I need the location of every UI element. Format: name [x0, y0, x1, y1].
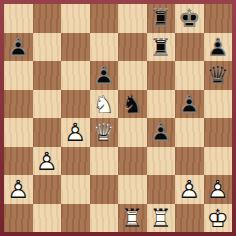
square-a2[interactable]: ♟♙ [4, 175, 33, 204]
piece-white-rook[interactable]: ♜♖ [118, 204, 147, 233]
piece-white-rook[interactable]: ♜♖ [147, 204, 176, 233]
square-f3[interactable] [147, 147, 176, 176]
piece-black-pawn[interactable]: ♟♙ [90, 61, 119, 90]
black-rook-outline: ♖ [147, 33, 176, 62]
square-b5[interactable] [33, 90, 62, 119]
square-a3[interactable] [4, 147, 33, 176]
black-pawn-outline: ♙ [204, 33, 233, 62]
piece-white-pawn[interactable]: ♟♙ [4, 175, 33, 204]
piece-white-king[interactable]: ♚♔ [204, 204, 233, 233]
black-king-outline: ♔ [175, 4, 204, 33]
square-h2[interactable]: ♟♙ [204, 175, 233, 204]
square-c1[interactable] [61, 204, 90, 233]
white-pawn-outline: ♙ [61, 118, 90, 147]
square-f7[interactable]: ♜♖ [147, 33, 176, 62]
piece-black-pawn[interactable]: ♟♙ [147, 118, 176, 147]
square-a7[interactable]: ♟♙ [4, 33, 33, 62]
square-g2[interactable]: ♟♙ [175, 175, 204, 204]
square-a1[interactable] [4, 204, 33, 233]
white-queen-outline: ♕ [90, 118, 119, 147]
square-g6[interactable] [175, 61, 204, 90]
piece-black-king[interactable]: ♚♔ [175, 4, 204, 33]
piece-white-pawn[interactable]: ♟♙ [204, 175, 233, 204]
square-a5[interactable] [4, 90, 33, 119]
piece-white-pawn[interactable]: ♟♙ [61, 118, 90, 147]
black-pawn-outline: ♙ [147, 118, 176, 147]
white-king-outline: ♔ [204, 204, 233, 233]
square-c7[interactable] [61, 33, 90, 62]
square-g4[interactable] [175, 118, 204, 147]
square-h7[interactable]: ♟♙ [204, 33, 233, 62]
square-b8[interactable] [33, 4, 62, 33]
black-pawn-outline: ♙ [175, 90, 204, 119]
chess-board-frame: ♜♖♚♔♟♙♜♖♟♙♟♙♛♕♞♘♞♘♟♙♟♙♛♕♟♙♟♙♟♙♟♙♟♙♜♖♜♖♚♔ [0, 0, 236, 236]
square-f1[interactable]: ♜♖ [147, 204, 176, 233]
square-f5[interactable] [147, 90, 176, 119]
square-c6[interactable] [61, 61, 90, 90]
square-f2[interactable] [147, 175, 176, 204]
square-d5[interactable]: ♞♘ [90, 90, 119, 119]
piece-black-pawn[interactable]: ♟♙ [204, 33, 233, 62]
piece-white-queen[interactable]: ♛♕ [90, 118, 119, 147]
piece-black-rook[interactable]: ♜♖ [147, 33, 176, 62]
square-e5[interactable]: ♞♘ [118, 90, 147, 119]
square-h1[interactable]: ♚♔ [204, 204, 233, 233]
black-queen-outline: ♕ [204, 61, 233, 90]
square-b1[interactable] [33, 204, 62, 233]
square-d8[interactable] [90, 4, 119, 33]
square-g3[interactable] [175, 147, 204, 176]
piece-black-queen[interactable]: ♛♕ [204, 61, 233, 90]
square-h3[interactable] [204, 147, 233, 176]
square-e4[interactable] [118, 118, 147, 147]
white-knight-outline: ♘ [90, 90, 119, 119]
square-h5[interactable] [204, 90, 233, 119]
square-b3[interactable]: ♟♙ [33, 147, 62, 176]
square-e2[interactable] [118, 175, 147, 204]
square-c2[interactable] [61, 175, 90, 204]
piece-black-knight[interactable]: ♞♘ [118, 90, 147, 119]
square-g8[interactable]: ♚♔ [175, 4, 204, 33]
black-pawn-outline: ♙ [90, 61, 119, 90]
piece-black-rook[interactable]: ♜♖ [147, 4, 176, 33]
piece-black-pawn[interactable]: ♟♙ [4, 33, 33, 62]
square-h4[interactable] [204, 118, 233, 147]
square-h8[interactable] [204, 4, 233, 33]
square-c3[interactable] [61, 147, 90, 176]
square-f4[interactable]: ♟♙ [147, 118, 176, 147]
square-e8[interactable] [118, 4, 147, 33]
square-f8[interactable]: ♜♖ [147, 4, 176, 33]
piece-white-pawn[interactable]: ♟♙ [33, 147, 62, 176]
piece-white-knight[interactable]: ♞♘ [90, 90, 119, 119]
piece-white-pawn[interactable]: ♟♙ [175, 175, 204, 204]
square-a8[interactable] [4, 4, 33, 33]
square-d7[interactable] [90, 33, 119, 62]
square-e3[interactable] [118, 147, 147, 176]
white-pawn-outline: ♙ [4, 175, 33, 204]
square-d3[interactable] [90, 147, 119, 176]
square-g1[interactable] [175, 204, 204, 233]
black-pawn-outline: ♙ [4, 33, 33, 62]
white-pawn-outline: ♙ [175, 175, 204, 204]
square-d6[interactable]: ♟♙ [90, 61, 119, 90]
square-d2[interactable] [90, 175, 119, 204]
square-c5[interactable] [61, 90, 90, 119]
white-rook-outline: ♖ [118, 204, 147, 233]
square-b4[interactable] [33, 118, 62, 147]
square-b6[interactable] [33, 61, 62, 90]
square-e6[interactable] [118, 61, 147, 90]
square-e7[interactable] [118, 33, 147, 62]
black-rook-outline: ♖ [147, 4, 176, 33]
square-b2[interactable] [33, 175, 62, 204]
white-pawn-outline: ♙ [33, 147, 62, 176]
square-c4[interactable]: ♟♙ [61, 118, 90, 147]
chess-board: ♜♖♚♔♟♙♜♖♟♙♟♙♛♕♞♘♞♘♟♙♟♙♛♕♟♙♟♙♟♙♟♙♟♙♜♖♜♖♚♔ [4, 4, 232, 232]
square-d1[interactable] [90, 204, 119, 233]
square-b7[interactable] [33, 33, 62, 62]
piece-black-pawn[interactable]: ♟♙ [175, 90, 204, 119]
square-f6[interactable] [147, 61, 176, 90]
white-pawn-outline: ♙ [204, 175, 233, 204]
square-e1[interactable]: ♜♖ [118, 204, 147, 233]
square-g7[interactable] [175, 33, 204, 62]
black-knight-outline: ♘ [118, 90, 147, 119]
square-c8[interactable] [61, 4, 90, 33]
square-h6[interactable]: ♛♕ [204, 61, 233, 90]
square-g5[interactable]: ♟♙ [175, 90, 204, 119]
square-a6[interactable] [4, 61, 33, 90]
square-a4[interactable] [4, 118, 33, 147]
white-rook-outline: ♖ [147, 204, 176, 233]
square-d4[interactable]: ♛♕ [90, 118, 119, 147]
